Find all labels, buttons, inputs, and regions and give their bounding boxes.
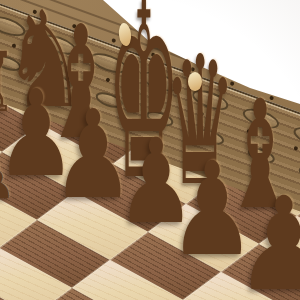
piece-pawn-5[interactable]: ♟ (235, 180, 300, 300)
queen-ball-finial (188, 72, 202, 91)
chess-set-photo: ♜ ♞ ♝ ♟ ♟ ♚ ♛ ♟ ♝ ♟ ♟ ♟ (0, 0, 300, 300)
piece-pawn-edge[interactable]: ♟ (0, 158, 15, 205)
